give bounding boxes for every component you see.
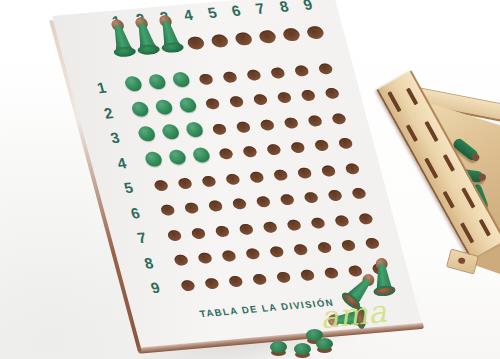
watermark: ama (318, 293, 388, 336)
bead-r2-c3[interactable] (178, 96, 198, 112)
grid-hole-r7-c9[interactable] (357, 213, 373, 225)
bead-r1-c1[interactable] (123, 76, 143, 92)
grid-hole-r3-c9[interactable] (330, 112, 346, 124)
bead-r4-c1[interactable] (144, 151, 164, 167)
grid-hole-r2-c5[interactable] (228, 96, 244, 108)
grid-hole-r6-c3[interactable] (207, 200, 223, 212)
grid-hole-r8-c1[interactable] (173, 254, 189, 266)
finger-joint-slot (387, 91, 401, 112)
grid-hole-r9-c1[interactable] (179, 279, 195, 291)
grid-hole-r6-c6[interactable] (279, 194, 295, 206)
grid-hole-r8-c2[interactable] (197, 252, 213, 264)
grid-hole-r6-c8[interactable] (327, 190, 343, 202)
grid-hole-r7-c7[interactable] (309, 217, 325, 229)
row-number-7: 7 (118, 229, 148, 248)
grid-hole-r4-c5[interactable] (242, 146, 258, 158)
column-number-7: 7 (248, 0, 272, 18)
row-number-4: 4 (98, 154, 128, 173)
finger-joint-slot (424, 158, 438, 179)
finger-joint-slot (443, 191, 455, 209)
header-hole-8[interactable] (282, 28, 301, 42)
column-number-6: 6 (224, 1, 248, 19)
finger-joint-slot (460, 222, 474, 243)
bead-r4-c3[interactable] (191, 146, 211, 162)
header-hole-5[interactable] (210, 34, 229, 48)
row-number-3: 3 (91, 129, 121, 148)
grid-hole-r1-c4[interactable] (198, 73, 214, 85)
grid-hole-r3-c5[interactable] (235, 121, 251, 133)
finger-joint-slot (406, 124, 418, 142)
bead-r3-c3[interactable] (185, 121, 205, 137)
grid-hole-r5-c4[interactable] (224, 173, 240, 185)
loose-bead-top (316, 338, 333, 350)
grid-hole-r5-c7[interactable] (296, 167, 312, 179)
grid-hole-r2-c8[interactable] (300, 90, 316, 102)
grid-hole-r7-c8[interactable] (333, 215, 349, 227)
grid-hole-r7-c2[interactable] (190, 227, 206, 239)
grid-hole-r8-c3[interactable] (221, 250, 237, 262)
grid-hole-r9-c5[interactable] (275, 271, 291, 283)
loose-bead[interactable] (294, 343, 311, 358)
column-number-8: 8 (272, 0, 296, 15)
peg-base (136, 44, 161, 56)
bead-r2-c2[interactable] (154, 99, 174, 115)
grid-hole-r1-c7[interactable] (269, 67, 285, 79)
finger-joint-slot (443, 154, 455, 172)
grid-hole-r4-c7[interactable] (289, 142, 305, 154)
loose-bead[interactable] (270, 341, 287, 356)
header-hole-4[interactable] (186, 36, 205, 50)
grid-hole-r2-c9[interactable] (324, 87, 340, 99)
grid-hole-r7-c3[interactable] (214, 225, 230, 237)
grid-hole-r1-c6[interactable] (245, 69, 261, 81)
grid-hole-r3-c4[interactable] (211, 123, 227, 135)
grid-hole-r5-c8[interactable] (320, 165, 336, 177)
grid-hole-r5-c5[interactable] (248, 171, 264, 183)
grid-hole-r6-c1[interactable] (159, 204, 175, 216)
grid-hole-r3-c6[interactable] (259, 119, 275, 131)
grid-hole-r7-c1[interactable] (166, 229, 182, 241)
grid-hole-r5-c1[interactable] (153, 179, 169, 191)
finger-joint-slot (406, 88, 418, 106)
grid-hole-r5-c6[interactable] (272, 169, 288, 181)
header-hole-7[interactable] (258, 30, 277, 44)
loose-bead-top (294, 343, 311, 355)
grid-hole-r6-c9[interactable] (351, 187, 367, 199)
column-number-9: 9 (296, 0, 320, 13)
grid-hole-r4-c8[interactable] (313, 140, 329, 152)
grid-hole-r3-c8[interactable] (307, 115, 323, 127)
grid-hole-r5-c2[interactable] (177, 177, 193, 189)
grid-hole-r2-c6[interactable] (252, 94, 268, 106)
row-number-6: 6 (111, 204, 141, 223)
bead-r1-c3[interactable] (171, 71, 191, 87)
row-number-9: 9 (131, 279, 161, 298)
grid-hole-r7-c6[interactable] (286, 219, 302, 231)
bead-r3-c1[interactable] (137, 126, 157, 142)
board-grid: 123456789123456789 (52, 0, 333, 16)
storage-box (376, 84, 500, 276)
grid-hole-r6-c2[interactable] (183, 202, 199, 214)
grid-hole-r3-c7[interactable] (283, 117, 299, 129)
grid-hole-r8-c6[interactable] (292, 244, 308, 256)
grid-hole-r4-c4[interactable] (218, 148, 234, 160)
loose-bead-top (270, 341, 287, 353)
row-number-5: 5 (104, 179, 134, 198)
product-photo-stage: 123456789123456789 TABLA DE LA DIVISIÓN … (0, 0, 500, 359)
grid-hole-r4-c9[interactable] (337, 137, 353, 149)
row-number-2: 2 (84, 104, 114, 123)
bead-r2-c1[interactable] (130, 101, 150, 117)
bead-r3-c2[interactable] (161, 124, 181, 140)
grid-hole-r1-c9[interactable] (317, 62, 333, 74)
grid-hole-r2-c7[interactable] (276, 92, 292, 104)
grid-hole-r8-c5[interactable] (268, 246, 284, 258)
grid-hole-r6-c7[interactable] (303, 192, 319, 204)
peg-base (113, 46, 138, 58)
column-number-4: 4 (176, 5, 200, 23)
column-number-5: 5 (200, 3, 224, 21)
finger-joint-slot (479, 219, 491, 237)
grid-hole-r8-c4[interactable] (244, 248, 260, 260)
grid-hole-r7-c5[interactable] (262, 221, 278, 233)
grid-hole-r4-c6[interactable] (265, 144, 281, 156)
finger-joint-slot (424, 121, 438, 142)
grid-hole-r6-c4[interactable] (231, 198, 247, 210)
grid-hole-r9-c4[interactable] (251, 273, 267, 285)
row-number-1: 1 (78, 79, 108, 98)
grid-hole-r8-c8[interactable] (340, 240, 356, 252)
grid-hole-r8-c7[interactable] (316, 242, 332, 254)
loose-peg[interactable] (370, 257, 396, 297)
loose-bead[interactable] (316, 338, 333, 353)
grid-hole-r9-c2[interactable] (203, 277, 219, 289)
bead-r1-c2[interactable] (147, 74, 167, 90)
grid-hole-r5-c9[interactable] (344, 162, 360, 174)
grid-hole-r1-c5[interactable] (221, 71, 237, 83)
grid-hole-r1-c8[interactable] (293, 65, 309, 77)
header-hole-9[interactable] (306, 26, 325, 40)
grid-hole-r9-c6[interactable] (299, 269, 315, 281)
grid-hole-r9-c7[interactable] (323, 267, 339, 279)
finger-joint-slot (461, 187, 475, 208)
grid-hole-r6-c5[interactable] (255, 196, 271, 208)
grid-hole-r5-c3[interactable] (200, 175, 216, 187)
peg-base (160, 42, 185, 54)
grid-hole-r2-c4[interactable] (204, 98, 220, 110)
header-hole-6[interactable] (234, 32, 253, 46)
grid-hole-r7-c4[interactable] (238, 223, 254, 235)
bead-r4-c2[interactable] (167, 149, 187, 165)
grid-hole-r9-c3[interactable] (227, 275, 243, 287)
row-number-8: 8 (124, 254, 154, 273)
